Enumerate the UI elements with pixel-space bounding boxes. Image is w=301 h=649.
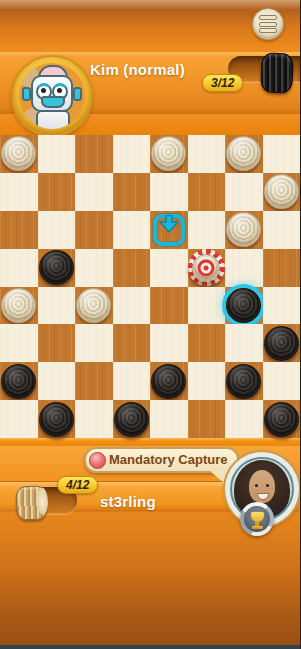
board-square[interactable] [263, 400, 301, 438]
board-square[interactable] [263, 211, 301, 249]
board-square[interactable] [150, 135, 188, 173]
player-captured-badge: 4/12 [57, 476, 98, 494]
board-square[interactable] [263, 173, 301, 211]
board-square[interactable] [38, 362, 76, 400]
board-square[interactable] [225, 135, 263, 173]
white-piece[interactable] [151, 136, 186, 171]
white-piece[interactable] [226, 212, 261, 247]
board-square[interactable] [263, 249, 301, 287]
board-square[interactable] [75, 400, 113, 438]
white-piece[interactable] [226, 136, 261, 171]
white-piece[interactable] [1, 288, 36, 323]
board-square[interactable] [113, 211, 151, 249]
board-square[interactable] [0, 362, 38, 400]
board-square[interactable] [150, 400, 188, 438]
board-square[interactable] [75, 211, 113, 249]
board-square[interactable] [0, 400, 38, 438]
board-square[interactable] [113, 362, 151, 400]
board-square[interactable] [113, 249, 151, 287]
white-piece[interactable] [1, 136, 36, 171]
player-tray-light-piece [15, 485, 48, 521]
move-destination-marker[interactable] [153, 214, 185, 246]
board-square[interactable] [75, 324, 113, 362]
board-square[interactable] [75, 249, 113, 287]
board-square[interactable] [0, 173, 38, 211]
board-square[interactable] [0, 135, 38, 173]
black-piece[interactable] [226, 364, 261, 399]
board-square[interactable] [263, 287, 301, 325]
board-square[interactable] [150, 324, 188, 362]
board-square[interactable] [38, 400, 76, 438]
black-piece[interactable] [264, 402, 299, 437]
trophy-badge [240, 502, 274, 536]
board-square[interactable] [75, 287, 113, 325]
down-arrow-icon [158, 215, 180, 234]
black-piece[interactable] [39, 402, 74, 437]
board-square[interactable] [113, 400, 151, 438]
board-square[interactable] [225, 211, 263, 249]
board-square[interactable] [225, 287, 263, 325]
board-square[interactable] [113, 173, 151, 211]
opponent-captured-badge: 3/12 [202, 74, 243, 92]
checkers-app-screen: Kim (normal) 3/12 Mandatory Capture 4/12… [0, 0, 300, 649]
board-square[interactable] [75, 173, 113, 211]
board-square[interactable] [225, 324, 263, 362]
board-square[interactable] [150, 173, 188, 211]
board-square[interactable] [38, 249, 76, 287]
white-piece[interactable] [264, 174, 299, 209]
white-piece[interactable] [76, 288, 111, 323]
robot-face-icon [19, 63, 85, 129]
bullseye-icon [198, 259, 215, 276]
capture-target-ring [188, 249, 225, 286]
board-square[interactable] [0, 324, 38, 362]
board-square[interactable] [113, 135, 151, 173]
board-square[interactable] [188, 249, 226, 287]
board-square[interactable] [188, 400, 226, 438]
board-square[interactable] [0, 287, 38, 325]
board [0, 135, 300, 438]
board-square[interactable] [0, 211, 38, 249]
opponent-name: Kim (normal) [90, 61, 185, 78]
board-square[interactable] [188, 362, 226, 400]
board-square[interactable] [150, 249, 188, 287]
board-square[interactable] [188, 324, 226, 362]
board-square[interactable] [225, 400, 263, 438]
board-square[interactable] [150, 287, 188, 325]
board-square[interactable] [38, 211, 76, 249]
board-square[interactable] [225, 173, 263, 211]
board-square[interactable] [113, 324, 151, 362]
board-square[interactable] [225, 362, 263, 400]
board-square[interactable] [38, 135, 76, 173]
white-piece-marked-for-capture[interactable] [192, 254, 220, 282]
board-square[interactable] [150, 211, 188, 249]
black-piece[interactable] [1, 364, 36, 399]
board-square[interactable] [113, 287, 151, 325]
tooltip-text: Mandatory Capture [109, 452, 227, 467]
black-piece[interactable] [264, 326, 299, 361]
board-square[interactable] [150, 362, 188, 400]
opponent-tray-dark-piece [260, 52, 293, 93]
black-piece[interactable] [114, 402, 149, 437]
black-piece[interactable] [39, 250, 74, 285]
player-name: st3rling [100, 493, 156, 510]
board-square[interactable] [38, 287, 76, 325]
footer-strip [0, 645, 300, 649]
board-square[interactable] [75, 135, 113, 173]
opponent-avatar[interactable] [11, 55, 93, 137]
board-square[interactable] [263, 362, 301, 400]
board-square[interactable] [225, 249, 263, 287]
board-bottom-strip [0, 438, 300, 446]
board-square[interactable] [0, 249, 38, 287]
board-square[interactable] [188, 173, 226, 211]
board-square[interactable] [188, 135, 226, 173]
alert-dot-icon [89, 452, 106, 469]
board-square[interactable] [263, 135, 301, 173]
board-square[interactable] [188, 287, 226, 325]
menu-button[interactable] [252, 8, 284, 40]
black-piece[interactable] [151, 364, 186, 399]
board-square[interactable] [38, 173, 76, 211]
board-square[interactable] [188, 211, 226, 249]
selected-black-piece[interactable] [226, 288, 261, 323]
trophy-icon [244, 506, 270, 532]
board-square[interactable] [75, 362, 113, 400]
board-square[interactable] [263, 324, 301, 362]
board-square[interactable] [38, 324, 76, 362]
